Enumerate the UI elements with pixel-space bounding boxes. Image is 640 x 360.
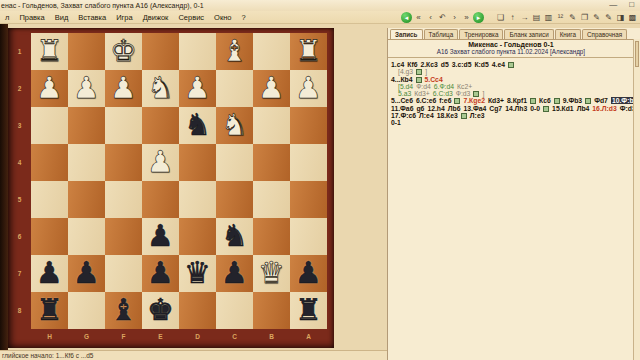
pen-icon[interactable]: ✎ bbox=[603, 12, 614, 23]
square-c2[interactable] bbox=[216, 70, 253, 107]
move-token[interactable]: Л:e4 bbox=[419, 112, 434, 119]
white-piece-P: ♟ bbox=[142, 144, 179, 180]
white-piece-N: ♞ bbox=[142, 70, 179, 106]
game-subtitle: А16 Захват слабого пункта 11.02.2024 [Ал… bbox=[390, 48, 632, 55]
status-text: глийское начало: 1...Кf6 с ...d5 bbox=[2, 352, 93, 359]
game-header: Микенас - Гольденов 0-1 А16 Захват слабо… bbox=[388, 39, 640, 58]
notation-line-6: 11.Фa6g612.h4Лb613.Фa4Сg714.Лh30-015.Кd1… bbox=[391, 105, 630, 112]
move-token[interactable]: 3.c:d5 bbox=[452, 61, 472, 68]
square-h8[interactable]: ♜ bbox=[31, 292, 68, 329]
move-token[interactable]: ] bbox=[425, 68, 427, 75]
black-piece-R: ♜ bbox=[290, 292, 327, 328]
panel-tabs: ЗаписьТаблицаТренировкаБланк записиКнига… bbox=[388, 28, 640, 39]
titlebar: енас - Гольденов, Захват слабого пункта … bbox=[0, 0, 640, 11]
notation-panel: ЗаписьТаблицаТренировкаБланк записиКнига… bbox=[387, 28, 640, 360]
menu-item-1[interactable]: Правка bbox=[14, 13, 49, 22]
square-c5[interactable] bbox=[216, 181, 253, 218]
annotation-icon bbox=[508, 62, 514, 68]
annotation-icon bbox=[454, 98, 460, 104]
file-label-e: E bbox=[142, 330, 179, 344]
next-move-button[interactable]: › bbox=[449, 12, 460, 23]
move-token[interactable]: Лb6 bbox=[448, 105, 461, 112]
export-icon[interactable]: → bbox=[519, 12, 530, 23]
annotation-icon bbox=[585, 98, 591, 104]
square-b2[interactable]: ♟ bbox=[253, 70, 290, 107]
square-c8[interactable] bbox=[216, 292, 253, 329]
move-token[interactable]: 17.Ф:c6 bbox=[391, 112, 416, 119]
square-f4[interactable] bbox=[105, 144, 142, 181]
square-f5[interactable] bbox=[105, 181, 142, 218]
square-f8[interactable]: ♝ bbox=[105, 292, 142, 329]
toolbar: ◂«‹↶›»▸❏↑→▤▥¹²✎❐✎✎◨▩ bbox=[400, 12, 638, 23]
eraser-icon[interactable]: ◨ bbox=[615, 12, 626, 23]
copy-icon[interactable]: ❐ bbox=[579, 12, 590, 23]
save-icon[interactable]: ▤ bbox=[531, 12, 542, 23]
black-piece-B: ♝ bbox=[105, 292, 142, 328]
tab-4[interactable]: Книга bbox=[555, 29, 581, 39]
file-label-f: F bbox=[105, 330, 142, 344]
white-piece-P: ♟ bbox=[253, 70, 290, 106]
file-labels: HGFEDCBA bbox=[31, 330, 327, 344]
square-h1[interactable]: ♜ bbox=[31, 33, 68, 70]
square-a7[interactable]: ♟ bbox=[290, 255, 327, 292]
tab-5[interactable]: Справочная bbox=[582, 29, 627, 39]
move-token[interactable]: f:e6 bbox=[439, 97, 451, 104]
square-d4[interactable] bbox=[179, 144, 216, 181]
menu-bar: лПравкаВидВставкаИграДвижокСервисОкно? ◂… bbox=[0, 11, 640, 24]
edit-icon[interactable]: ✎ bbox=[567, 12, 578, 23]
tab-2[interactable]: Тренировка bbox=[459, 29, 503, 39]
black-piece-P: ♟ bbox=[216, 255, 253, 291]
file-label-c: C bbox=[216, 330, 253, 344]
notation-line-2: 4...Кb45.Сc4 bbox=[391, 76, 630, 83]
move-token[interactable]: [4.g3 bbox=[398, 68, 413, 75]
square-e5[interactable] bbox=[142, 181, 179, 218]
rank-label-6: 6 bbox=[8, 218, 31, 255]
annotation-icon bbox=[554, 98, 560, 104]
square-f2[interactable]: ♟ bbox=[105, 70, 142, 107]
square-h4[interactable] bbox=[31, 144, 68, 181]
square-b6[interactable] bbox=[253, 218, 290, 255]
white-piece-P: ♟ bbox=[31, 70, 68, 106]
move-token[interactable]: Сg7 bbox=[489, 105, 502, 112]
rank-label-8: 8 bbox=[8, 292, 31, 329]
move-token[interactable]: 13.Фa4 bbox=[463, 105, 486, 112]
square-h6[interactable] bbox=[31, 218, 68, 255]
square-g7[interactable]: ♟ bbox=[68, 255, 105, 292]
move-token[interactable]: ] bbox=[482, 90, 484, 97]
move-token[interactable]: d5 bbox=[441, 61, 449, 68]
new-document-icon[interactable]: ❏ bbox=[495, 12, 506, 23]
square-c7[interactable]: ♟ bbox=[216, 255, 253, 292]
black-piece-R: ♜ bbox=[31, 292, 68, 328]
menu-item-8[interactable]: ? bbox=[237, 13, 251, 22]
move-token[interactable]: 14.Лh3 bbox=[505, 105, 527, 112]
black-piece-P: ♟ bbox=[290, 255, 327, 291]
rank-label-1: 1 bbox=[8, 33, 31, 70]
annotation-icon bbox=[543, 106, 549, 112]
menu-items: лПравкаВидВставкаИграДвижокСервисОкно? bbox=[0, 13, 251, 22]
menu-item-5[interactable]: Движок bbox=[138, 13, 174, 22]
square-b8[interactable] bbox=[253, 292, 290, 329]
chess-board-frame: 12345678 ♜♚♝♜♟♟♟♞♟♟♟♞♞♟♟♞♟♟♟♛♟♛♟♜♝♚♜ HGF… bbox=[8, 28, 334, 348]
notation-line-3: [5.d4Ф:d46.Ф:d4Кc2+ bbox=[391, 83, 630, 90]
move-token[interactable]: Фd7 bbox=[594, 97, 608, 104]
move-token[interactable]: 8.Крf1 bbox=[507, 97, 527, 104]
rank-label-7: 7 bbox=[8, 255, 31, 292]
window-title: енас - Гольденов, Захват слабого пункта … bbox=[0, 2, 204, 9]
move-token[interactable]: 5.a3 bbox=[398, 90, 411, 97]
menu-item-7[interactable]: Окно bbox=[209, 13, 236, 22]
white-piece-P: ♟ bbox=[68, 70, 105, 106]
square-h3[interactable] bbox=[31, 107, 68, 144]
square-a8[interactable]: ♜ bbox=[290, 292, 327, 329]
white-piece-P: ♟ bbox=[105, 70, 142, 106]
rank-label-4: 4 bbox=[8, 144, 31, 181]
move-token[interactable]: g6 bbox=[416, 105, 424, 112]
move-token[interactable]: Кc2+ bbox=[457, 83, 472, 90]
move-token[interactable]: Кd3+ bbox=[414, 90, 430, 97]
move-token[interactable]: 9.Фb3 bbox=[563, 97, 582, 104]
white-piece-N: ♞ bbox=[216, 107, 253, 143]
square-d3[interactable]: ♞ bbox=[179, 107, 216, 144]
move-token[interactable]: 12.h4 bbox=[427, 105, 444, 112]
move-token[interactable]: Кf6 bbox=[407, 61, 417, 68]
black-piece-P: ♟ bbox=[68, 255, 105, 291]
notation-line-8: 0-1 bbox=[391, 119, 630, 126]
annotate-icon[interactable]: ✎ bbox=[591, 12, 602, 23]
black-piece-Q: ♛ bbox=[179, 255, 216, 291]
tab-0[interactable]: Запись bbox=[390, 29, 423, 39]
annotation-icon bbox=[416, 69, 422, 75]
tab-1[interactable]: Таблица bbox=[424, 29, 459, 39]
white-piece-P: ♟ bbox=[290, 70, 327, 106]
square-g1[interactable] bbox=[68, 33, 105, 70]
move-token[interactable]: [5.d4 bbox=[398, 83, 413, 90]
move-token[interactable]: Лb4 bbox=[577, 105, 590, 112]
move-token[interactable]: Ф:d3 bbox=[456, 90, 471, 97]
move-token[interactable]: 7.Кge2 bbox=[463, 97, 485, 104]
window-left-edge bbox=[0, 24, 8, 350]
move-token[interactable]: 6.С:e6 bbox=[416, 97, 436, 104]
square-e6[interactable]: ♟ bbox=[142, 218, 179, 255]
square-d5[interactable] bbox=[179, 181, 216, 218]
square-c3[interactable]: ♞ bbox=[216, 107, 253, 144]
notation-line-7: 17.Ф:c6Л:e418.Кe3Л:e3 bbox=[391, 112, 630, 119]
game-title: Микенас - Гольденов 0-1 bbox=[390, 41, 632, 48]
square-f6[interactable] bbox=[105, 218, 142, 255]
square-d1[interactable] bbox=[179, 33, 216, 70]
move-token[interactable]: 0-1 bbox=[391, 119, 401, 126]
white-piece-Q: ♛ bbox=[253, 255, 290, 291]
move-token[interactable]: Кd3+ bbox=[488, 97, 504, 104]
move-token[interactable]: 16.Л:d3 bbox=[592, 105, 616, 112]
main-area: 12345678 ♜♚♝♜♟♟♟♞♟♟♟♞♞♟♟♞♟♟♟♛♟♛♟♜♝♚♜ HGF… bbox=[0, 24, 640, 360]
takeback-button[interactable]: ↶ bbox=[437, 12, 448, 23]
menu-item-0[interactable]: л bbox=[0, 13, 14, 22]
move-token[interactable]: 5.Сc4 bbox=[425, 76, 443, 83]
notation-line-0: 1.c4Кf62.Кc3d53.c:d5К:d54.e4 bbox=[391, 61, 630, 68]
square-c6[interactable]: ♞ bbox=[216, 218, 253, 255]
white-piece-B: ♝ bbox=[216, 33, 253, 69]
square-a5[interactable] bbox=[290, 181, 327, 218]
square-d7[interactable]: ♛ bbox=[179, 255, 216, 292]
square-a2[interactable]: ♟ bbox=[290, 70, 327, 107]
square-g2[interactable]: ♟ bbox=[68, 70, 105, 107]
scrollbar[interactable] bbox=[633, 39, 640, 360]
menu-item-2[interactable]: Вид bbox=[50, 13, 74, 22]
black-piece-N: ♞ bbox=[179, 107, 216, 143]
square-e7[interactable]: ♟ bbox=[142, 255, 179, 292]
menu-item-6[interactable]: Сервис bbox=[173, 13, 209, 22]
move-token[interactable]: К:d5 bbox=[474, 61, 488, 68]
white-piece-R: ♜ bbox=[290, 33, 327, 69]
menu-item-3[interactable]: Вставка bbox=[73, 13, 111, 22]
square-b7[interactable]: ♛ bbox=[253, 255, 290, 292]
window-controls: — □ bbox=[609, 0, 634, 10]
move-token[interactable]: 6.С:d3 bbox=[433, 90, 453, 97]
notation-line-4: 5.a3Кd3+6.С:d3Ф:d3] bbox=[391, 90, 630, 97]
move-token[interactable]: 11.Фa6 bbox=[391, 105, 413, 112]
square-b4[interactable] bbox=[253, 144, 290, 181]
move-token[interactable]: 4.e4 bbox=[492, 61, 505, 68]
square-e3[interactable] bbox=[142, 107, 179, 144]
square-h2[interactable]: ♟ bbox=[31, 70, 68, 107]
file-label-h: H bbox=[31, 330, 68, 344]
square-g8[interactable] bbox=[68, 292, 105, 329]
square-a3[interactable] bbox=[290, 107, 327, 144]
square-b1[interactable] bbox=[253, 33, 290, 70]
move-token[interactable]: 4...Кb4 bbox=[391, 76, 413, 83]
file-label-a: A bbox=[290, 330, 327, 344]
move-numbers-icon[interactable]: ¹² bbox=[555, 12, 566, 23]
chess-board: ♜♚♝♜♟♟♟♞♟♟♟♞♞♟♟♞♟♟♟♛♟♛♟♜♝♚♜ bbox=[31, 33, 327, 329]
square-a4[interactable] bbox=[290, 144, 327, 181]
square-e4[interactable]: ♟ bbox=[142, 144, 179, 181]
annotation-icon bbox=[416, 77, 422, 83]
notation-line-5: 5...Сe66.С:e6f:e67.Кge2Кd3+8.Крf1Кc69.Фb… bbox=[391, 97, 630, 104]
white-piece-R: ♜ bbox=[31, 33, 68, 69]
square-a6[interactable] bbox=[290, 218, 327, 255]
move-list: 1.c4Кf62.Кc3d53.c:d5К:d54.e4[4.g3]4...Кb… bbox=[388, 58, 640, 129]
last-move-button[interactable]: » bbox=[461, 12, 472, 23]
file-label-g: G bbox=[68, 330, 105, 344]
square-e8[interactable]: ♚ bbox=[142, 292, 179, 329]
square-a1[interactable]: ♜ bbox=[290, 33, 327, 70]
status-bar: глийское начало: 1...Кf6 с ...d5 bbox=[0, 350, 387, 360]
board-setup-icon[interactable]: ▩ bbox=[627, 12, 638, 23]
rank-label-5: 5 bbox=[8, 181, 31, 218]
square-b5[interactable] bbox=[253, 181, 290, 218]
square-f7[interactable] bbox=[105, 255, 142, 292]
black-piece-N: ♞ bbox=[216, 218, 253, 254]
square-e2[interactable]: ♞ bbox=[142, 70, 179, 107]
annotation-icon bbox=[461, 113, 467, 119]
file-label-b: B bbox=[253, 330, 290, 344]
nav-green-back-button[interactable]: ◂ bbox=[401, 12, 412, 23]
import-icon[interactable]: ↑ bbox=[507, 12, 518, 23]
annotation-icon bbox=[530, 98, 536, 104]
white-piece-P: ♟ bbox=[179, 70, 216, 106]
square-h5[interactable] bbox=[31, 181, 68, 218]
black-piece-P: ♟ bbox=[142, 218, 179, 254]
square-g3[interactable] bbox=[68, 107, 105, 144]
square-d2[interactable]: ♟ bbox=[179, 70, 216, 107]
square-h7[interactable]: ♟ bbox=[31, 255, 68, 292]
minimize-button[interactable]: — bbox=[609, 0, 617, 10]
square-e1[interactable] bbox=[142, 33, 179, 70]
move-token[interactable]: 1.c4 bbox=[391, 61, 404, 68]
square-d6[interactable] bbox=[179, 218, 216, 255]
square-c4[interactable] bbox=[216, 144, 253, 181]
notation-line-1: [4.g3] bbox=[391, 68, 630, 75]
square-f1[interactable]: ♚ bbox=[105, 33, 142, 70]
move-token[interactable]: Ф:d4 bbox=[416, 83, 431, 90]
square-g6[interactable] bbox=[68, 218, 105, 255]
move-token[interactable]: 6.Ф:d4 bbox=[434, 83, 454, 90]
black-piece-K: ♚ bbox=[142, 292, 179, 328]
nav-green-forward-button[interactable]: ▸ bbox=[473, 12, 484, 23]
square-f3[interactable] bbox=[105, 107, 142, 144]
scrollbar-thumb[interactable] bbox=[635, 41, 639, 67]
black-piece-P: ♟ bbox=[142, 255, 179, 291]
move-token[interactable]: 15.Кd1 bbox=[552, 105, 574, 112]
annotation-icon bbox=[473, 91, 479, 97]
move-token[interactable]: 5...Сe6 bbox=[391, 97, 413, 104]
app-window: енас - Гольденов, Захват слабого пункта … bbox=[0, 0, 640, 360]
move-token[interactable]: Кc6 bbox=[539, 97, 551, 104]
move-token[interactable]: Л:e3 bbox=[470, 112, 485, 119]
rank-label-2: 2 bbox=[8, 70, 31, 107]
prev-move-button[interactable]: ‹ bbox=[425, 12, 436, 23]
white-piece-K: ♚ bbox=[105, 33, 142, 69]
maximize-button[interactable]: □ bbox=[629, 0, 634, 10]
menu-item-4[interactable]: Игра bbox=[111, 13, 137, 22]
rank-label-3: 3 bbox=[8, 107, 31, 144]
black-piece-P: ♟ bbox=[31, 255, 68, 291]
square-g4[interactable] bbox=[68, 144, 105, 181]
square-c1[interactable]: ♝ bbox=[216, 33, 253, 70]
tab-3[interactable]: Бланк записи bbox=[504, 29, 553, 39]
file-label-d: D bbox=[179, 330, 216, 344]
move-token[interactable]: 18.Кe3 bbox=[437, 112, 458, 119]
square-d8[interactable] bbox=[179, 292, 216, 329]
move-token[interactable]: 2.Кc3 bbox=[420, 61, 437, 68]
square-b3[interactable] bbox=[253, 107, 290, 144]
first-move-button[interactable]: « bbox=[413, 12, 424, 23]
move-token[interactable]: 0-0 bbox=[530, 105, 540, 112]
square-g5[interactable] bbox=[68, 181, 105, 218]
save-as-icon[interactable]: ▥ bbox=[543, 12, 554, 23]
rank-labels: 12345678 bbox=[8, 33, 31, 329]
